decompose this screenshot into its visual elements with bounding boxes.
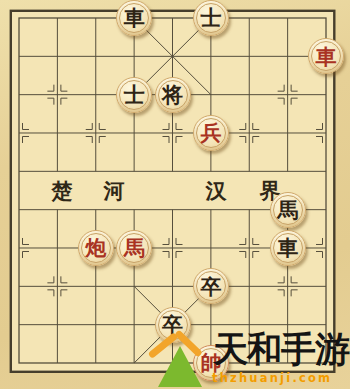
xiangqi-game-screen: 楚河汉界 車士車士将兵馬炮馬車卒卒帥 天和手游 thzhuanji.com bbox=[0, 0, 350, 389]
piece-glyph: 帥 bbox=[200, 352, 221, 373]
piece-glyph: 兵 bbox=[200, 122, 221, 143]
piece-glyph: 卒 bbox=[162, 314, 183, 335]
piece-black-chariot[interactable]: 車 bbox=[270, 230, 306, 266]
piece-glyph: 炮 bbox=[85, 237, 106, 258]
piece-glyph: 士 bbox=[124, 84, 145, 105]
piece-glyph: 将 bbox=[162, 84, 183, 105]
piece-glyph: 車 bbox=[316, 46, 337, 67]
piece-black-advisor[interactable]: 士 bbox=[193, 0, 229, 36]
piece-glyph: 馬 bbox=[277, 199, 298, 220]
piece-red-general[interactable]: 帥 bbox=[193, 345, 229, 381]
piece-black-general[interactable]: 将 bbox=[155, 77, 191, 113]
piece-glyph: 車 bbox=[124, 7, 145, 28]
piece-red-chariot[interactable]: 車 bbox=[308, 38, 344, 74]
piece-black-soldier[interactable]: 卒 bbox=[193, 268, 229, 304]
piece-glyph: 馬 bbox=[124, 237, 145, 258]
piece-glyph: 士 bbox=[200, 7, 221, 28]
piece-red-cannon[interactable]: 炮 bbox=[78, 230, 114, 266]
piece-red-horse[interactable]: 馬 bbox=[116, 230, 152, 266]
pieces-layer: 車士車士将兵馬炮馬車卒卒帥 bbox=[0, 0, 345, 382]
piece-black-soldier[interactable]: 卒 bbox=[155, 307, 191, 343]
piece-black-horse[interactable]: 馬 bbox=[270, 192, 306, 228]
piece-glyph: 車 bbox=[277, 237, 298, 258]
piece-glyph: 卒 bbox=[200, 276, 221, 297]
piece-black-chariot[interactable]: 車 bbox=[116, 0, 152, 36]
piece-red-soldier[interactable]: 兵 bbox=[193, 115, 229, 151]
piece-black-advisor[interactable]: 士 bbox=[116, 77, 152, 113]
